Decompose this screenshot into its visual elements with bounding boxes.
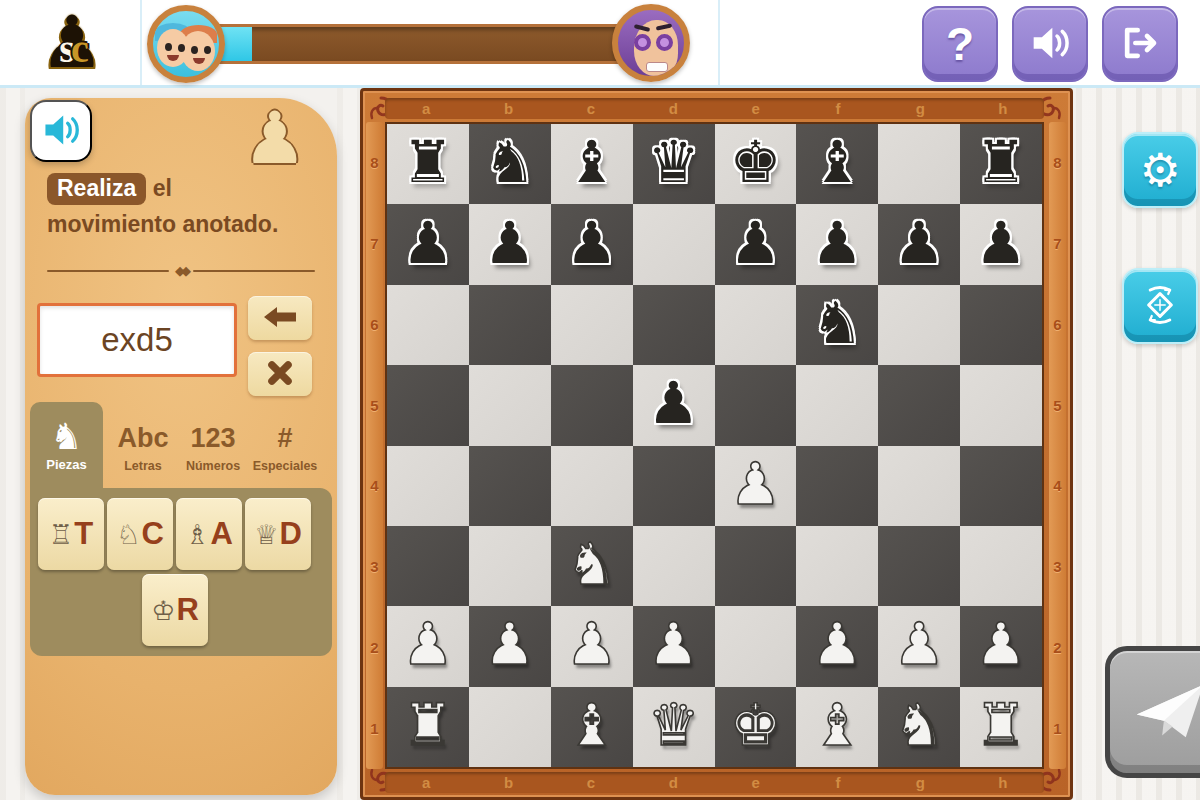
piece-key-letter: T	[74, 516, 93, 552]
square-f7[interactable]: ♟	[796, 204, 878, 284]
square-e5[interactable]	[715, 365, 797, 445]
file-label-c: c	[550, 98, 632, 119]
square-c7[interactable]: ♟	[551, 204, 633, 284]
avatar-grin	[646, 62, 668, 72]
divider-ornament: ◆◆	[47, 263, 315, 278]
square-d8[interactable]: ♛	[633, 124, 715, 204]
rank-label-8: 8	[1049, 122, 1066, 203]
board-squares: ♜♞♝♛♚♝♜♟♟♟♟♟♟♟♞♟♟♞♟♟♟♟♟♟♟♜♝♛♚♝♞♜	[385, 122, 1044, 769]
black-pawn-b7[interactable]: ♟	[484, 214, 536, 272]
square-d3[interactable]	[633, 526, 715, 606]
black-bishop-f8[interactable]: ♝	[811, 133, 863, 191]
white-bishop-f1[interactable]: ♝	[811, 696, 863, 754]
square-g2[interactable]: ♟	[878, 606, 960, 686]
back-arrow-icon	[262, 304, 298, 333]
piece-key-A[interactable]: ♗A	[176, 498, 242, 570]
square-h6[interactable]	[960, 285, 1042, 365]
square-b7[interactable]: ♟	[469, 204, 551, 284]
clear-button[interactable]	[248, 352, 312, 396]
black-knight-b8[interactable]: ♞	[484, 133, 536, 191]
square-f5[interactable]	[796, 365, 878, 445]
square-e3[interactable]	[715, 526, 797, 606]
square-c4[interactable]	[551, 446, 633, 526]
square-b4[interactable]	[469, 446, 551, 526]
file-labels-top: abcdefgh	[385, 98, 1044, 119]
piece-key-D[interactable]: ♕D	[245, 498, 311, 570]
avatar-eye	[165, 43, 172, 51]
white-pawn-b2[interactable]: ♟	[484, 615, 536, 673]
square-b1[interactable]	[469, 687, 551, 767]
white-rook-h1[interactable]: ♜	[975, 696, 1027, 754]
background-pillar	[337, 88, 360, 800]
rank-labels-right: 87654321	[1049, 122, 1066, 769]
square-c6[interactable]	[551, 285, 633, 365]
square-e7[interactable]: ♟	[715, 204, 797, 284]
rank-label-3: 3	[366, 526, 383, 607]
square-h5[interactable]	[960, 365, 1042, 445]
square-d5[interactable]: ♟	[633, 365, 715, 445]
settings-button[interactable]: ⚙	[1122, 132, 1198, 208]
rank-label-2: 2	[366, 607, 383, 688]
square-e8[interactable]: ♚	[715, 124, 797, 204]
divider	[718, 0, 720, 85]
square-a6[interactable]	[387, 285, 469, 365]
piece-key-letter: R	[176, 592, 198, 628]
square-h7[interactable]: ♟	[960, 204, 1042, 284]
rank-label-7: 7	[1049, 203, 1066, 284]
black-knight-f6[interactable]: ♞	[811, 294, 863, 352]
black-bishop-c8[interactable]: ♝	[566, 133, 618, 191]
instruction-highlight: Realiza	[47, 173, 146, 205]
black-pawn-h7[interactable]: ♟	[975, 214, 1027, 272]
instruction-text: Realiza el movimiento anotado.	[47, 170, 317, 242]
opponent-avatar	[612, 4, 690, 82]
square-a5[interactable]	[387, 365, 469, 445]
square-d7[interactable]	[633, 204, 715, 284]
keyboard-tabs: ♞ Piezas Abc Letras 123 Números # Especi…	[30, 402, 332, 488]
white-bishop-c1[interactable]: ♝	[566, 696, 618, 754]
rank-label-6: 6	[366, 284, 383, 365]
tab-piezas[interactable]: ♞ Piezas	[30, 402, 103, 488]
square-f2[interactable]: ♟	[796, 606, 878, 686]
white-pawn-e4[interactable]: ♟	[729, 455, 781, 513]
black-king-e8[interactable]: ♚	[729, 133, 781, 191]
white-pawn-h2[interactable]: ♟	[975, 615, 1027, 673]
file-label-g: g	[879, 772, 961, 793]
tab-letras[interactable]: Abc Letras	[110, 408, 176, 488]
piece-key-C[interactable]: ♘C	[107, 498, 173, 570]
piece-key-icon: ♖	[49, 521, 73, 548]
square-d1[interactable]: ♛	[633, 687, 715, 767]
black-pawn-a7[interactable]: ♟	[402, 214, 454, 272]
piece-key-letter: D	[279, 516, 301, 552]
logo-text: sc	[59, 24, 84, 71]
square-f3[interactable]	[796, 526, 878, 606]
exit-button[interactable]	[1102, 6, 1178, 82]
square-g5[interactable]	[878, 365, 960, 445]
square-h2[interactable]: ♟	[960, 606, 1042, 686]
square-b6[interactable]	[469, 285, 551, 365]
background-pillar	[0, 88, 25, 800]
backspace-button[interactable]	[248, 296, 312, 340]
rank-label-3: 3	[1049, 526, 1066, 607]
tab-numeros[interactable]: 123 Números	[180, 408, 246, 488]
square-b8[interactable]: ♞	[469, 124, 551, 204]
square-a7[interactable]: ♟	[387, 204, 469, 284]
logout-icon	[1119, 22, 1161, 67]
speaker-icon	[41, 110, 81, 153]
exercise-panel: ♟ Realiza el movimiento anotado. ◆◆ ♞ Pi…	[25, 98, 337, 795]
avatar-glasses	[656, 34, 673, 51]
lesson-progress-bar	[190, 24, 650, 64]
move-input[interactable]	[37, 303, 237, 377]
flip-board-button[interactable]	[1122, 268, 1198, 344]
white-pawn-a2[interactable]: ♟	[402, 615, 454, 673]
square-e2[interactable]	[715, 606, 797, 686]
square-a8[interactable]: ♜	[387, 124, 469, 204]
file-label-d: d	[632, 98, 714, 119]
piece-key-icon: ♗	[185, 521, 209, 548]
rank-label-5: 5	[366, 365, 383, 446]
square-a1[interactable]: ♜	[387, 687, 469, 767]
black-pawn-f7[interactable]: ♟	[811, 214, 863, 272]
file-label-a: a	[385, 772, 467, 793]
top-bar: ♟ sc ?	[0, 0, 1200, 88]
square-h3[interactable]	[960, 526, 1042, 606]
square-a2[interactable]: ♟	[387, 606, 469, 686]
square-b5[interactable]	[469, 365, 551, 445]
square-h8[interactable]: ♜	[960, 124, 1042, 204]
white-pawn-d2[interactable]: ♟	[648, 615, 700, 673]
help-button[interactable]: ?	[922, 6, 998, 82]
file-label-h: h	[962, 772, 1044, 793]
rank-label-1: 1	[1049, 688, 1066, 769]
square-g4[interactable]	[878, 446, 960, 526]
avatar-eye	[204, 46, 211, 54]
divider	[140, 0, 142, 85]
square-f4[interactable]	[796, 446, 878, 526]
avatar-glasses	[634, 34, 651, 51]
rank-label-4: 4	[366, 446, 383, 527]
rank-label-2: 2	[1049, 607, 1066, 688]
rank-labels-left: 87654321	[366, 122, 383, 769]
square-d2[interactable]: ♟	[633, 606, 715, 686]
file-label-f: f	[797, 772, 879, 793]
file-label-c: c	[550, 772, 632, 793]
black-rook-a8[interactable]: ♜	[402, 133, 454, 191]
piece-key-letter: A	[210, 516, 232, 552]
paper-plane-icon	[1131, 676, 1200, 749]
square-e4[interactable]: ♟	[715, 446, 797, 526]
square-c5[interactable]	[551, 365, 633, 445]
chess-board: abcdefgh abcdefgh 87654321 87654321 ♜♞♝♛…	[360, 88, 1073, 800]
square-c1[interactable]: ♝	[551, 687, 633, 767]
player-avatar	[147, 5, 225, 83]
rank-label-1: 1	[366, 688, 383, 769]
piece-key-R[interactable]: ♔R	[142, 574, 208, 646]
read-aloud-button[interactable]	[30, 100, 92, 162]
avatar-eye	[178, 44, 185, 52]
square-f8[interactable]: ♝	[796, 124, 878, 204]
flip-board-icon	[1137, 282, 1183, 331]
rank-label-4: 4	[1049, 446, 1066, 527]
white-knight-c3[interactable]: ♞	[566, 535, 618, 593]
white-rook-a1[interactable]: ♜	[402, 696, 454, 754]
square-g8[interactable]	[878, 124, 960, 204]
app-logo: ♟ sc	[18, 2, 126, 84]
file-label-h: h	[962, 98, 1044, 119]
file-label-e: e	[715, 98, 797, 119]
file-labels-bottom: abcdefgh	[385, 772, 1044, 793]
piece-key-icon: ♔	[151, 597, 175, 624]
square-c3[interactable]: ♞	[551, 526, 633, 606]
speaker-icon	[1029, 22, 1071, 67]
knight-icon: ♞	[50, 419, 82, 455]
file-label-a: a	[385, 98, 467, 119]
square-a4[interactable]	[387, 446, 469, 526]
square-d4[interactable]	[633, 446, 715, 526]
rank-label-6: 6	[1049, 284, 1066, 365]
square-a3[interactable]	[387, 526, 469, 606]
square-f6[interactable]: ♞	[796, 285, 878, 365]
white-pawn-c2[interactable]: ♟	[566, 615, 618, 673]
rank-label-8: 8	[366, 122, 383, 203]
submit-move-button[interactable]	[1105, 646, 1200, 778]
black-queen-d8[interactable]: ♛	[648, 133, 700, 191]
file-label-d: d	[632, 772, 714, 793]
file-label-b: b	[467, 772, 549, 793]
piece-keyboard: ♖T♘C♗A♕D♔R	[30, 488, 332, 656]
square-g3[interactable]	[878, 526, 960, 606]
white-pawn-f2[interactable]: ♟	[811, 615, 863, 673]
square-f1[interactable]: ♝	[796, 687, 878, 767]
piece-key-icon: ♕	[254, 521, 278, 548]
piece-key-letter: C	[141, 516, 163, 552]
avatar-eye	[191, 46, 198, 54]
file-label-g: g	[879, 98, 961, 119]
black-pawn-d5[interactable]: ♟	[648, 374, 700, 432]
sound-button[interactable]	[1012, 6, 1088, 82]
black-pawn-e7[interactable]: ♟	[729, 214, 781, 272]
file-label-e: e	[715, 772, 797, 793]
piece-key-icon: ♘	[116, 521, 140, 548]
square-g6[interactable]	[878, 285, 960, 365]
square-h1[interactable]: ♜	[960, 687, 1042, 767]
square-c8[interactable]: ♝	[551, 124, 633, 204]
square-g7[interactable]: ♟	[878, 204, 960, 284]
gear-icon: ⚙	[1139, 143, 1180, 197]
black-pawn-c7[interactable]: ♟	[566, 214, 618, 272]
rank-label-5: 5	[1049, 365, 1066, 446]
black-pawn-g7[interactable]: ♟	[893, 214, 945, 272]
white-queen-d1[interactable]: ♛	[648, 696, 700, 754]
rank-label-7: 7	[366, 203, 383, 284]
close-icon	[267, 360, 293, 389]
file-label-f: f	[797, 98, 879, 119]
piece-key-T[interactable]: ♖T	[38, 498, 104, 570]
tab-especiales[interactable]: # Especiales	[252, 408, 318, 488]
black-rook-h8[interactable]: ♜	[975, 133, 1027, 191]
square-c2[interactable]: ♟	[551, 606, 633, 686]
white-pawn-g2[interactable]: ♟	[893, 615, 945, 673]
pawn-watermark-icon: ♟	[242, 102, 307, 174]
file-label-b: b	[467, 98, 549, 119]
white-king-e1[interactable]: ♚	[729, 696, 781, 754]
square-g1[interactable]: ♞	[878, 687, 960, 767]
square-e6[interactable]	[715, 285, 797, 365]
square-e1[interactable]: ♚	[715, 687, 797, 767]
square-b2[interactable]: ♟	[469, 606, 551, 686]
white-knight-g1[interactable]: ♞	[893, 696, 945, 754]
square-h4[interactable]	[960, 446, 1042, 526]
square-b3[interactable]	[469, 526, 551, 606]
square-d6[interactable]	[633, 285, 715, 365]
